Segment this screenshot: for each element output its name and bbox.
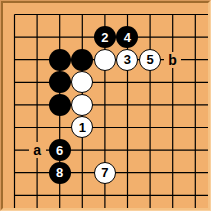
- stone-white-7: 7: [94, 162, 116, 184]
- stone-black-6: 6: [49, 139, 71, 161]
- stone-black-8: 8: [49, 162, 71, 184]
- stone-black-2: 2: [94, 26, 116, 48]
- stone-black: [49, 94, 71, 116]
- stone-white-1: 1: [71, 116, 93, 138]
- stone-black: [49, 49, 71, 71]
- stone-white: [71, 71, 93, 93]
- go-diagram: 24351678ab: [0, 0, 211, 211]
- point-label-a: a: [29, 142, 46, 158]
- go-board: 24351678ab: [1, 1, 210, 210]
- stone-white: [94, 49, 116, 71]
- stone-white-3: 3: [116, 49, 138, 71]
- board-grid: 24351678ab: [3, 3, 206, 206]
- stone-white: [71, 94, 93, 116]
- stone-black: [71, 49, 93, 71]
- stone-black: [49, 71, 71, 93]
- point-label-b: b: [164, 52, 181, 68]
- stone-white-5: 5: [139, 49, 161, 71]
- stone-black-4: 4: [116, 26, 138, 48]
